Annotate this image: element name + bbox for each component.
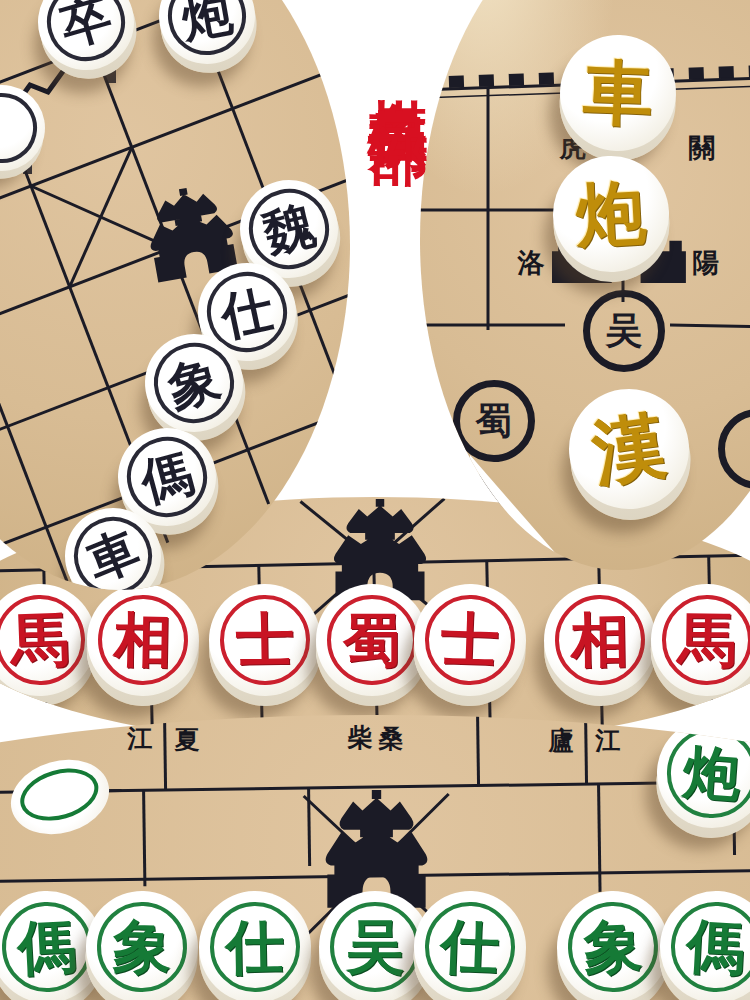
- xiangqi-piece-red-advisor[interactable]: 士: [208, 583, 322, 697]
- piece-ring: [14, 760, 104, 829]
- xiangqi-piece-red-elephant[interactable]: 相: [86, 583, 200, 697]
- board-label-jiangxia-1: 江: [128, 722, 153, 755]
- xiangqi-piece-black-cannon[interactable]: 炮: [151, 0, 262, 72]
- xiangqi-piece-red-horse[interactable]: 馬: [0, 582, 98, 698]
- board-label-luoyang-left: 洛: [518, 245, 545, 281]
- board-label-jiangxia-2: 夏: [175, 723, 200, 756]
- xiangqi-piece-green-elephant[interactable]: 象: [555, 889, 671, 1000]
- board-label-chaisang-2: 桑: [379, 722, 404, 755]
- xiangqi-piece-gold-cannon[interactable]: 炮: [550, 153, 672, 275]
- printed-circle-shu: 蜀: [453, 380, 535, 462]
- photo-top-right-gold-pieces: 虎 關 洛 陽 吴 蜀 車 炮 漢: [420, 0, 750, 570]
- xiangqi-piece-green-advisor[interactable]: 仕: [198, 890, 312, 1000]
- board-label-luoyang-right: 陽: [693, 245, 720, 281]
- xiangqi-piece-green-cannon[interactable]: 炮: [653, 715, 750, 832]
- xiangqi-piece-gold-chariot[interactable]: 車: [558, 33, 678, 153]
- xiangqi-piece-green-horse[interactable]: 傌: [657, 888, 750, 1000]
- xiangqi-piece-gold-king-han[interactable]: 漢: [561, 381, 697, 517]
- page-title: 棋盘棋子局部: [352, 50, 430, 450]
- board-label-lujiang-1: 廬: [549, 724, 574, 757]
- photo-bottom-green-row: 江 夏 柴 桑 廬 江 炮 傌 象 仕 吴 仕 象 傌: [0, 715, 750, 1000]
- xiangqi-piece-red-king-shu[interactable]: 蜀: [316, 584, 428, 696]
- xiangqi-piece-black-soldier[interactable]: 卒: [27, 0, 146, 81]
- xiangqi-piece-edge-on[interactable]: [2, 749, 118, 846]
- board-label-lujiang-2: 江: [596, 724, 621, 757]
- board-label-hulao-right: 關: [689, 130, 716, 166]
- xiangqi-piece-red-horse[interactable]: 馬: [650, 583, 750, 697]
- printed-circle-partial: [718, 409, 750, 489]
- printed-circle-wu: 吴: [583, 290, 665, 372]
- xiangqi-piece-black-partial[interactable]: [0, 77, 53, 179]
- xiangqi-piece-red-advisor[interactable]: 士: [412, 582, 528, 698]
- xiangqi-piece-green-advisor[interactable]: 仕: [412, 889, 528, 1000]
- xiangqi-piece-red-elephant[interactable]: 相: [543, 583, 657, 697]
- product-photo-collage: 馬 相 士 蜀 士 相 馬 江 夏 柴 桑: [0, 0, 750, 1000]
- xiangqi-piece-green-elephant[interactable]: 象: [84, 889, 200, 1000]
- board-label-chaisang-1: 柴: [348, 721, 373, 754]
